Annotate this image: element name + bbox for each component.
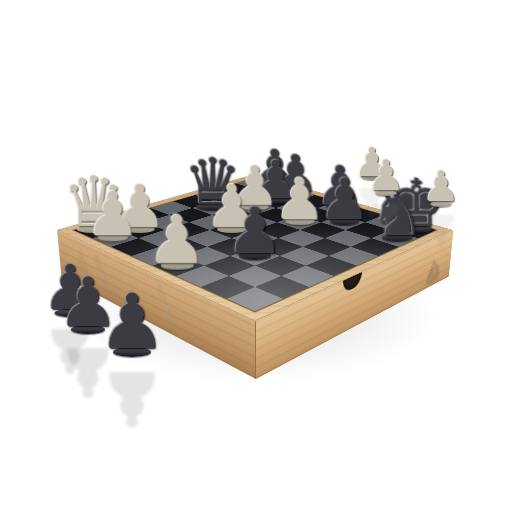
board-square xyxy=(325,230,372,247)
board-square xyxy=(303,238,351,256)
white-pawn-glyph: ♟ xyxy=(422,166,460,208)
captured-reflection: ♟ xyxy=(367,197,405,239)
captured-reflection: ♟ xyxy=(422,208,460,250)
white-pawn-glyph: ♟ xyxy=(86,184,140,245)
board-square xyxy=(280,247,329,266)
captured-reflection: ♟ xyxy=(98,360,166,436)
stage: ♟♟♟♟♟♟♛♛♟♟♟♟♟♟♟♟♛♛♟♟♟♟♚♚♟♟♞♞♟♟♟♟ ♟♟♟♟♟♟♟… xyxy=(0,0,520,520)
board-square xyxy=(278,230,325,247)
board-square xyxy=(201,276,255,299)
board-square xyxy=(329,247,378,266)
white-pawn-glyph: ♟ xyxy=(147,207,207,274)
board-square xyxy=(229,266,281,287)
white-pawn-glyph: ♟ xyxy=(367,155,405,197)
board-square xyxy=(281,266,333,287)
board-square xyxy=(255,276,309,299)
board-square xyxy=(227,287,283,311)
board-square xyxy=(306,256,357,276)
black-pawn-glyph: ♟ xyxy=(98,284,166,360)
black-pawn-glyph: ♟ xyxy=(226,198,284,262)
